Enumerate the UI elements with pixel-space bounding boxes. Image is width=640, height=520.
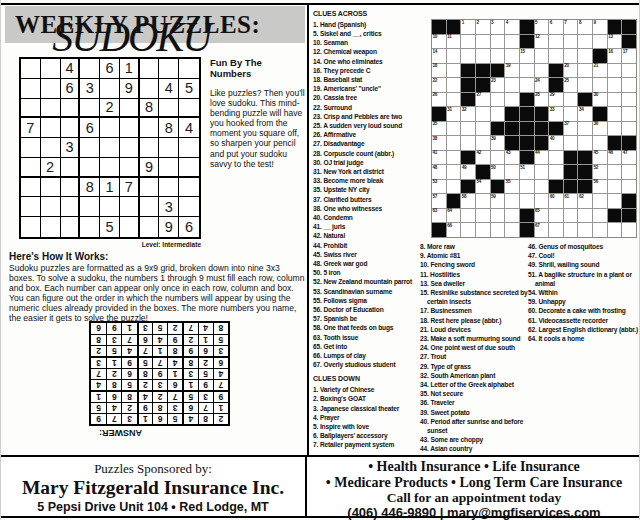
sudoku-cell: 5 <box>179 79 199 99</box>
crossword-black-cell <box>432 20 446 34</box>
crossword-cell <box>461 223 475 237</box>
sudoku-answer-cell: 9 <box>198 379 213 390</box>
sudoku-cell <box>21 79 41 99</box>
crossword-black-cell <box>578 151 592 165</box>
how-it-works-heading: Here's How It Works: <box>9 251 307 262</box>
crossword-cell: 64 <box>447 209 461 223</box>
clue: 65. Get into <box>313 342 431 351</box>
crossword-cell <box>564 107 578 121</box>
sudoku-answer-cell: 4 <box>106 402 121 413</box>
weekly-puzzles-page: WEEKLY PUZZLES: SUDOKU 46163945287684329… <box>0 0 640 520</box>
crossword-cell <box>549 165 563 179</box>
sudoku-answer-cell: 1 <box>152 345 167 356</box>
clue: 62. Largest English dictionary (abbr.) <box>528 325 640 334</box>
crossword-cell: 43 <box>505 151 519 165</box>
sudoku-answer-cell: 1 <box>91 390 106 402</box>
crossword-cell: 61 <box>564 194 578 208</box>
crossword-cell <box>622 64 636 78</box>
sudoku-cell <box>159 158 179 178</box>
crossword-black-cell <box>578 93 592 107</box>
crossword-black-cell <box>520 107 534 121</box>
sudoku-cell <box>80 138 100 158</box>
sudoku-cell: 6 <box>61 79 81 99</box>
crossword-cell <box>593 136 607 150</box>
crossword-cell <box>549 35 563 49</box>
sudoku-cell <box>41 197 61 217</box>
crossword-black-cell <box>520 209 534 223</box>
sudoku-answer-cell: 6 <box>182 402 197 413</box>
crossword-cell: 12 <box>535 35 549 49</box>
sudoku-answer-cell: 5 <box>91 402 106 413</box>
clue: 1. Variety of Chinese <box>313 385 431 394</box>
clue: 35. Not secure <box>420 389 530 398</box>
crossword-cell <box>476 223 490 237</box>
crossword-cell: 11 <box>447 35 461 49</box>
crossword-cell-number: 2 <box>476 20 478 25</box>
crossword-cell-number: 10 <box>433 34 438 39</box>
crossword-cell: 4 <box>505 20 519 34</box>
crossword-cell: 3 <box>491 20 505 34</box>
crossword-cell: 31 <box>447 107 461 121</box>
sponsor-tagline: Puzzles Sponsored by: <box>1 461 305 477</box>
sudoku-answer-cell: 4 <box>213 368 228 379</box>
crossword-cell: 19 <box>505 64 519 78</box>
sudoku-cell: 1 <box>100 178 120 198</box>
clue: 19. Americans' "uncle" <box>313 84 431 93</box>
crossword-black-cell <box>476 64 490 78</box>
sudoku-answer-cell: 9 <box>182 345 197 356</box>
sudoku-cell <box>61 178 81 198</box>
clue: 49. Shrill, wailing sound <box>528 260 640 269</box>
crossword-cell: 9 <box>593 20 607 34</box>
crossword-cell <box>505 194 519 208</box>
sudoku-answer-cell: 6 <box>121 368 136 379</box>
sudoku-cell <box>100 158 120 178</box>
sudoku-answer-cell: 7 <box>137 345 152 356</box>
crossword-black-cell <box>622 194 636 208</box>
clue: 38. One who witnesses <box>313 204 431 213</box>
crossword-cell-number: 24 <box>535 78 540 83</box>
clue: 15. Resinlike substance secreted by cert… <box>420 288 530 306</box>
sudoku-answer-cell: 8 <box>91 334 106 345</box>
sudoku-cell <box>120 197 140 217</box>
sudoku-cell: 4 <box>61 59 81 79</box>
crossword-cell: 24 <box>535 78 549 92</box>
crossword-cell-number: 36 <box>594 121 599 126</box>
crossword-cell <box>549 209 563 223</box>
crossword-cell: 60 <box>549 194 563 208</box>
crossword-cell-number: 22 <box>433 78 438 83</box>
crossword-cell <box>505 49 519 63</box>
clues-column-left: CLUES ACROSS 1. Hand (Spanish)5. Siskel … <box>313 9 431 450</box>
crossword-cell: 39 <box>491 136 505 150</box>
clue: 28. Corpuscle count (abbr.) <box>313 149 431 158</box>
crossword-black-cell <box>447 20 461 34</box>
crossword-cell: 35 <box>432 122 446 136</box>
crossword-black-cell <box>608 209 622 223</box>
sudoku-answer-cell: 1 <box>167 368 182 379</box>
sudoku-answer-cell: 7 <box>106 413 121 424</box>
crossword-cell <box>608 107 622 121</box>
sudoku-cell <box>61 197 81 217</box>
crossword-black-cell <box>593 107 607 121</box>
crossword-cell: 67 <box>535 223 549 237</box>
clue: 5. Siskel and __, critics <box>313 29 431 38</box>
sudoku-answer-cell: 6 <box>91 323 106 334</box>
sudoku-cell: 6 <box>80 118 100 138</box>
crossword-cell <box>491 151 505 165</box>
crossword-cell-number: 42 <box>476 150 481 155</box>
services-call-line: Call for an appointment today <box>307 490 640 505</box>
crossword-black-cell <box>520 93 534 107</box>
crossword-black-cell <box>535 136 549 150</box>
crossword-cell <box>608 122 622 136</box>
services-line-1: • Health Insurance • Life Insurance <box>307 459 640 475</box>
sudoku-answer-cell: 7 <box>182 323 197 334</box>
sudoku-cell <box>120 99 140 119</box>
clue: 2. Boxing's GOAT <box>313 394 431 403</box>
crossword-cell-number: 50 <box>491 165 496 170</box>
crossword-cell-number: 45 <box>594 150 599 155</box>
sudoku-cell <box>179 197 199 217</box>
crossword-cell <box>476 49 490 63</box>
sudoku-cell <box>179 178 199 198</box>
sudoku-answer-cell: 6 <box>106 390 121 402</box>
crossword-cell <box>447 49 461 63</box>
crossword-black-cell <box>622 136 636 150</box>
sudoku-answer-cell: 1 <box>198 334 213 345</box>
sudoku-answer-cell: 1 <box>182 379 197 390</box>
clue: 41. __ juris <box>313 222 431 231</box>
sudoku-cell <box>80 99 100 119</box>
crossword-cell: 27 <box>476 93 490 107</box>
sudoku-grid: 461639452876843298173596 <box>19 57 201 239</box>
sudoku-cell <box>80 217 100 237</box>
sudoku-cell: 8 <box>140 99 160 119</box>
crossword-cell <box>505 209 519 223</box>
crossword-cell: 33 <box>549 107 563 121</box>
clue: 22. Surround <box>313 103 431 112</box>
crossword-cell: 42 <box>476 151 490 165</box>
sudoku-cell <box>80 197 100 217</box>
clues-column-right: 46. Genus of mosquitoes47. Cool!49. Shri… <box>528 242 640 343</box>
sudoku-cell <box>61 99 81 119</box>
sudoku-cell <box>179 59 199 79</box>
sudoku-cell <box>179 138 199 158</box>
crossword-cell <box>578 122 592 136</box>
sudoku-answer-cell: 8 <box>213 323 228 334</box>
crossword-cell-number: 57 <box>433 194 438 199</box>
sudoku-answer-cell: 6 <box>152 413 167 424</box>
clue: 10. Fencing sword <box>420 260 530 269</box>
clue: 1. Hand (Spanish) <box>313 20 431 29</box>
sudoku-answer-cell: 9 <box>167 334 182 345</box>
crossword-cell: 63 <box>432 209 446 223</box>
crossword-cell: 65 <box>535 209 549 223</box>
services-box: • Health Insurance • Life Insurance • Me… <box>307 457 640 516</box>
crossword-cell-number: 67 <box>535 223 540 228</box>
crossword-cell: 1 <box>461 20 475 34</box>
sudoku-answer-cell: 2 <box>137 379 152 390</box>
clue: 11. Hostilities <box>420 270 530 279</box>
crossword-black-cell <box>461 93 475 107</box>
crossword-cell <box>476 122 490 136</box>
clue: 39. Sweet potato <box>420 408 530 417</box>
sudoku-answer-cell: 4 <box>91 379 106 390</box>
crossword-black-cell <box>549 122 563 136</box>
crossword-cell <box>578 136 592 150</box>
crossword-cell-number: 18 <box>433 63 438 68</box>
sudoku-answer-cell: 2 <box>91 345 106 356</box>
crossword-cell <box>564 209 578 223</box>
clue: 17. Businessmen <box>420 306 530 315</box>
clue: 58. One that feeds on bugs <box>313 323 431 332</box>
crossword-cell: 40 <box>549 136 563 150</box>
crossword-cell: 15 <box>520 49 534 63</box>
sudoku-cell <box>21 99 41 119</box>
crossword-cell: 55 <box>505 180 519 194</box>
crossword-cell-number: 31 <box>447 107 452 112</box>
crossword-cell <box>549 223 563 237</box>
sudoku-answer-cell: 3 <box>137 323 152 334</box>
crossword-cell <box>461 49 475 63</box>
clue: 35. Upstate NY city <box>313 185 431 194</box>
sudoku-cell <box>120 158 140 178</box>
clue: 8. More raw <box>420 242 530 251</box>
crossword-cell <box>491 107 505 121</box>
crossword-black-cell <box>564 151 578 165</box>
crossword-black-cell <box>461 64 475 78</box>
crossword-cell: 49 <box>461 165 475 179</box>
sponsor-name: Mary Fitzgerald Insurance Inc. <box>1 477 305 499</box>
crossword-black-cell <box>608 136 622 150</box>
clue: 27. Trout <box>420 352 530 361</box>
crossword-cell-number: 64 <box>447 208 452 213</box>
crossword-cell-number: 65 <box>535 208 540 213</box>
crossword-black-cell <box>549 64 563 78</box>
crossword-black-cell <box>461 78 475 92</box>
fun-body-text: Like puzzles? Then you'll love sudoku. T… <box>210 88 307 169</box>
sudoku-cell <box>61 217 81 237</box>
crossword-cell <box>520 194 534 208</box>
sudoku-answer-cell: 9 <box>106 323 121 334</box>
crossword-cell <box>505 93 519 107</box>
sudoku-answer-cell: 2 <box>152 390 167 402</box>
crossword-cell: 45 <box>593 151 607 165</box>
sudoku-answer-cell: 6 <box>213 356 228 368</box>
crossword-cell-number: 30 <box>594 92 599 97</box>
sudoku-cell <box>41 59 61 79</box>
crossword-cell-number: 48 <box>433 165 438 170</box>
crossword-cell-number: 3 <box>491 20 493 25</box>
sudoku-answer-cell: 1 <box>137 413 152 424</box>
crossword-cell-number: 33 <box>550 107 555 112</box>
sudoku-cell: 9 <box>140 158 160 178</box>
sudoku-cell <box>41 118 61 138</box>
clue: 14. One who eliminates <box>313 57 431 66</box>
crossword-black-cell <box>549 78 563 92</box>
sudoku-answer-cell: 7 <box>91 368 106 379</box>
clue: 43. Some are choppy <box>420 435 530 444</box>
sudoku-cell <box>61 118 81 138</box>
crossword-cell: 10 <box>432 35 446 49</box>
sudoku-answer-cell: 4 <box>198 323 213 334</box>
crossword-cell: 2 <box>476 20 490 34</box>
crossword-cell-number: 66 <box>447 223 452 228</box>
crossword-black-cell <box>491 122 505 136</box>
clue: 27. Disadvantage <box>313 139 431 148</box>
crossword-cell <box>608 93 622 107</box>
sudoku-cell: 3 <box>159 197 179 217</box>
crossword-cell-number: 59 <box>491 194 496 199</box>
crossword-cell-number: 12 <box>535 34 540 39</box>
clue: 66. Lumps of clay <box>313 351 431 360</box>
sudoku-answer-cell: 6 <box>167 379 182 390</box>
clue: 42. Natural <box>313 231 431 240</box>
crossword-cell <box>578 49 592 63</box>
crossword-cell <box>622 107 636 121</box>
sudoku-answer-cell: 3 <box>182 368 197 379</box>
sudoku-cell <box>140 138 160 158</box>
sudoku-answer-cell: 4 <box>137 390 152 402</box>
clue: 3. Japanese classical theater <box>313 404 431 413</box>
crossword-cell <box>593 194 607 208</box>
crossword-cell: 30 <box>593 93 607 107</box>
sudoku-answer-cell: 5 <box>106 345 121 356</box>
sudoku-answer-cell: 4 <box>182 413 197 424</box>
clue: 36. Traveler <box>420 398 530 407</box>
crossword-cell <box>622 223 636 237</box>
sudoku-answer-cell: 5 <box>182 390 197 402</box>
crossword-black-cell <box>622 20 636 34</box>
crossword-cell: 41 <box>432 151 446 165</box>
sudoku-answer-cell: 2 <box>167 323 182 334</box>
sudoku-answer-cell: 8 <box>152 402 167 413</box>
clue: 47. Cool! <box>528 251 640 260</box>
how-it-works-body-text: Sudoku puzzles are formatted as a 9x9 gr… <box>9 264 307 323</box>
sudoku-cell <box>41 99 61 119</box>
crossword-cell-number: 23 <box>491 78 496 83</box>
sudoku-cell <box>159 59 179 79</box>
crossword-cell-number: 47 <box>623 150 628 155</box>
crossword-cell-number: 5 <box>535 20 537 25</box>
clue: 10. Seaman <box>313 38 431 47</box>
crossword-cell-number: 34 <box>579 107 584 112</box>
sudoku-cell: 2 <box>41 158 61 178</box>
crossword-cell-number: 1 <box>462 20 464 25</box>
crossword-cell: 66 <box>447 223 461 237</box>
crossword-cell: 44 <box>535 151 549 165</box>
crossword-cell-number: 39 <box>491 136 496 141</box>
sudoku-cell <box>100 138 120 158</box>
crossword-cell-number: 6 <box>550 20 552 25</box>
crossword-cell-number: 8 <box>579 20 581 25</box>
crossword-cell <box>520 64 534 78</box>
sudoku-answer-cell: 2 <box>106 368 121 379</box>
crossword-black-cell <box>476 165 490 179</box>
crossword-cell-number: 35 <box>433 121 438 126</box>
sudoku-answer-cell: 4 <box>152 334 167 345</box>
crossword-cell: 28 <box>535 93 549 107</box>
crossword-cell-number: 56 <box>594 179 599 184</box>
clue: 46. Genus of mosquitoes <box>528 242 640 251</box>
crossword-cell <box>461 35 475 49</box>
clue: 24. One point west of due south <box>420 343 530 352</box>
crossword-cell-number: 28 <box>535 92 540 97</box>
clue: 33. Become more bleak <box>313 176 431 185</box>
sudoku-answer-cell: 4 <box>167 356 182 368</box>
crossword-cell-number: 44 <box>535 150 540 155</box>
crossword-cell-number: 37 <box>564 121 569 126</box>
sponsor-box: Puzzles Sponsored by: Mary Fitzgerald In… <box>1 457 307 516</box>
crossword-cell-number: 11 <box>447 34 451 39</box>
clue: 40. Condemn <box>313 213 431 222</box>
sudoku-cell: 3 <box>80 79 100 99</box>
crossword-cell <box>564 223 578 237</box>
crossword-cell: 62 <box>578 194 592 208</box>
clue: 7. Retailer payment system <box>313 440 431 449</box>
sudoku-cell <box>140 79 160 99</box>
sudoku-answer-cell: 9 <box>152 368 167 379</box>
crossword-cell <box>535 194 549 208</box>
crossword-cell: 50 <box>491 165 505 179</box>
crossword-cell <box>578 64 592 78</box>
crossword-cell <box>447 78 461 92</box>
sudoku-answer-grid: 2845613791763892459357248617916325844531… <box>89 321 230 426</box>
sudoku-cell <box>100 197 120 217</box>
crossword-cell <box>520 78 534 92</box>
sudoku-cell <box>41 217 61 237</box>
clue: 12. Chemical weapon <box>313 47 431 56</box>
crossword-cell-number: 19 <box>506 63 511 68</box>
column-divider-rule <box>307 5 309 455</box>
crossword-cell <box>505 165 519 179</box>
crossword-cell: 26 <box>432 93 446 107</box>
sudoku-cell <box>21 158 41 178</box>
crossword-cell: 21 <box>593 64 607 78</box>
sudoku-cell <box>120 217 140 237</box>
sudoku-answer-cell: 2 <box>213 413 228 424</box>
sudoku-answer-cell: 5 <box>137 356 152 368</box>
crossword-cell <box>578 78 592 92</box>
crossword-cell-number: 29 <box>550 92 555 97</box>
crossword-cell <box>535 49 549 63</box>
crossword-grid: 1234567891011121314151617181920212223242… <box>431 19 637 238</box>
clue: 32. South American plant <box>420 371 530 380</box>
clue: 20. Cassia tree <box>313 93 431 102</box>
crossword-cell-number: 63 <box>433 208 438 213</box>
sudoku-cell: 4 <box>179 118 199 138</box>
crossword-cell-number: 54 <box>476 179 481 184</box>
crossword-black-cell <box>520 122 534 136</box>
crossword-cell <box>564 35 578 49</box>
sudoku-cell: 7 <box>21 118 41 138</box>
sudoku-answer-cell: 8 <box>106 379 121 390</box>
crossword-cell <box>520 180 534 194</box>
crossword-cell <box>549 151 563 165</box>
crossword-cell <box>622 93 636 107</box>
clue: 57. Spanish be <box>313 314 431 323</box>
crossword-cell: 53 <box>432 180 446 194</box>
sudoku-answer-cell: 5 <box>121 379 136 390</box>
sudoku-cell <box>159 138 179 158</box>
down-clue-list-1-7: 1. Variety of Chinese2. Boxing's GOAT3. … <box>313 385 431 449</box>
clue: 9. Atomic #81 <box>420 251 530 260</box>
sudoku-title: SUDOKU <box>39 17 224 57</box>
crossword-cell <box>447 64 461 78</box>
crossword-cell-number: 62 <box>579 194 584 199</box>
sudoku-cell <box>140 59 160 79</box>
